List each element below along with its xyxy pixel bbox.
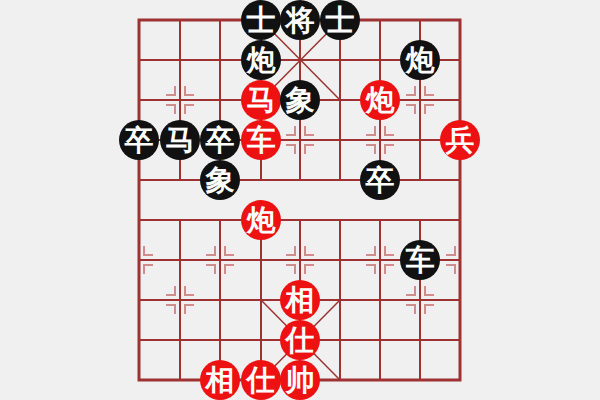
piece-red-elephant[interactable]: 相 bbox=[200, 360, 240, 400]
piece-black-elephant[interactable]: 象 bbox=[200, 160, 240, 200]
piece-black-elephant[interactable]: 象 bbox=[280, 80, 320, 120]
piece-red-chariot[interactable]: 车 bbox=[241, 120, 281, 160]
piece-red-soldier[interactable]: 兵 bbox=[440, 120, 480, 160]
piece-black-horse[interactable]: 马 bbox=[160, 120, 200, 160]
piece-black-soldier[interactable]: 卒 bbox=[360, 160, 400, 200]
piece-red-cannon[interactable]: 炮 bbox=[241, 200, 281, 240]
piece-red-advisor[interactable]: 仕 bbox=[241, 360, 281, 400]
piece-black-advisor[interactable]: 士 bbox=[241, 0, 281, 40]
piece-black-cannon[interactable]: 炮 bbox=[241, 40, 281, 80]
piece-black-general[interactable]: 将 bbox=[280, 0, 320, 40]
xiangqi-board: 士将士炮炮马象炮卒马卒车兵象卒炮车相仕相仕帅 bbox=[0, 0, 600, 400]
piece-black-cannon[interactable]: 炮 bbox=[400, 40, 440, 80]
piece-red-advisor[interactable]: 仕 bbox=[280, 320, 320, 360]
piece-black-soldier[interactable]: 卒 bbox=[119, 120, 159, 160]
piece-red-elephant[interactable]: 相 bbox=[280, 280, 320, 320]
piece-red-horse[interactable]: 马 bbox=[241, 80, 281, 120]
piece-black-soldier[interactable]: 卒 bbox=[200, 120, 240, 160]
pieces-layer: 士将士炮炮马象炮卒马卒车兵象卒炮车相仕相仕帅 bbox=[0, 0, 600, 400]
piece-red-cannon[interactable]: 炮 bbox=[360, 80, 400, 120]
piece-black-advisor[interactable]: 士 bbox=[320, 0, 360, 40]
piece-red-general[interactable]: 帅 bbox=[280, 360, 320, 400]
piece-black-chariot[interactable]: 车 bbox=[400, 240, 440, 280]
